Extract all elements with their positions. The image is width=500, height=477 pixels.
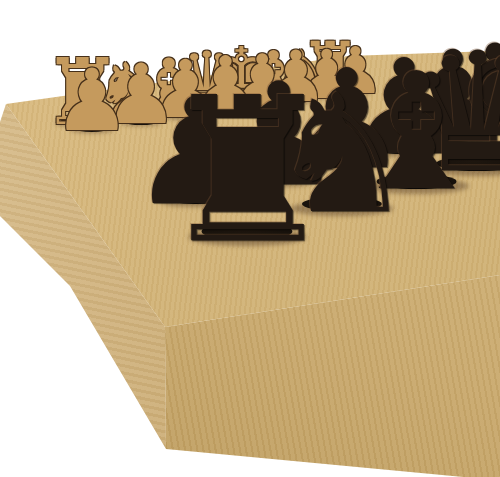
piece-wP-a7[interactable]: ♟: [64, 80, 120, 131]
dark-rook-glyph: ♜: [158, 71, 337, 271]
chess-set-scene: 1a2b3c4d5e6f7g8h ♜♞♝♛♚♝♞♜♟♟♟♟♟♟♟♟♟♟♟♟♟♟♟…: [0, 0, 500, 477]
light-pawn-glyph: ♟: [54, 58, 131, 144]
piece-bR-a1[interactable]: ♜: [172, 101, 324, 239]
